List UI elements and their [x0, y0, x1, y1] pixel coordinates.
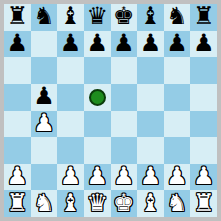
piece-black-knight[interactable]: ♞ [166, 4, 188, 28]
square-f8[interactable]: ♝ [137, 4, 164, 31]
square-d6[interactable] [84, 57, 111, 84]
square-f1[interactable]: ♝ [137, 190, 164, 217]
piece-white-knight[interactable]: ♞ [166, 191, 188, 215]
square-e5[interactable] [111, 84, 138, 111]
piece-white-rook[interactable]: ♜ [193, 191, 215, 215]
square-a7[interactable]: ♟ [4, 31, 31, 58]
square-c1[interactable]: ♝ [57, 190, 84, 217]
square-b5[interactable]: ♟ [31, 84, 58, 111]
piece-black-queen[interactable]: ♛ [86, 4, 108, 28]
move-hint-marker[interactable] [89, 89, 106, 106]
square-f6[interactable] [137, 57, 164, 84]
square-f4[interactable] [137, 111, 164, 138]
square-g1[interactable]: ♞ [164, 190, 191, 217]
square-a5[interactable] [4, 84, 31, 111]
square-d8[interactable]: ♛ [84, 4, 111, 31]
piece-white-pawn[interactable]: ♟ [113, 164, 135, 188]
square-f2[interactable]: ♟ [137, 164, 164, 191]
piece-white-queen[interactable]: ♛ [86, 191, 108, 215]
square-h1[interactable]: ♜ [190, 190, 217, 217]
piece-black-bishop[interactable]: ♝ [60, 4, 82, 28]
square-h6[interactable] [190, 57, 217, 84]
square-e8[interactable]: ♚ [111, 4, 138, 31]
piece-white-king[interactable]: ♚ [113, 191, 135, 215]
square-d2[interactable]: ♟ [84, 164, 111, 191]
square-d3[interactable] [84, 137, 111, 164]
piece-black-pawn[interactable]: ♟ [166, 31, 188, 55]
piece-white-bishop[interactable]: ♝ [60, 191, 82, 215]
square-g3[interactable] [164, 137, 191, 164]
square-b1[interactable]: ♞ [31, 190, 58, 217]
piece-white-pawn[interactable]: ♟ [193, 164, 215, 188]
square-e3[interactable] [111, 137, 138, 164]
piece-black-pawn[interactable]: ♟ [86, 31, 108, 55]
piece-white-bishop[interactable]: ♝ [140, 191, 162, 215]
piece-black-king[interactable]: ♚ [113, 4, 135, 28]
square-g4[interactable] [164, 111, 191, 138]
square-g5[interactable] [164, 84, 191, 111]
piece-black-pawn[interactable]: ♟ [140, 31, 162, 55]
square-e2[interactable]: ♟ [111, 164, 138, 191]
square-a1[interactable]: ♜ [4, 190, 31, 217]
piece-white-pawn[interactable]: ♟ [33, 111, 55, 135]
square-f3[interactable] [137, 137, 164, 164]
piece-white-pawn[interactable]: ♟ [60, 164, 82, 188]
chess-board: ♜♞♝♛♚♝♞♜♟♟♟♟♟♟♟♟♟♟♟♟♟♟♟♟♜♞♝♛♚♝♞♜ [4, 4, 217, 217]
square-a6[interactable] [4, 57, 31, 84]
piece-black-rook[interactable]: ♜ [193, 4, 215, 28]
square-g7[interactable]: ♟ [164, 31, 191, 58]
square-d1[interactable]: ♛ [84, 190, 111, 217]
piece-black-pawn[interactable]: ♟ [60, 31, 82, 55]
square-e4[interactable] [111, 111, 138, 138]
piece-white-pawn[interactable]: ♟ [166, 164, 188, 188]
square-b3[interactable] [31, 137, 58, 164]
square-e7[interactable]: ♟ [111, 31, 138, 58]
square-g6[interactable] [164, 57, 191, 84]
square-f5[interactable] [137, 84, 164, 111]
square-d4[interactable] [84, 111, 111, 138]
piece-black-rook[interactable]: ♜ [7, 4, 29, 28]
square-d5[interactable] [84, 84, 111, 111]
square-h5[interactable] [190, 84, 217, 111]
square-g2[interactable]: ♟ [164, 164, 191, 191]
square-h3[interactable] [190, 137, 217, 164]
square-c4[interactable] [57, 111, 84, 138]
piece-black-knight[interactable]: ♞ [33, 4, 55, 28]
square-c7[interactable]: ♟ [57, 31, 84, 58]
piece-black-pawn[interactable]: ♟ [193, 31, 215, 55]
square-c8[interactable]: ♝ [57, 4, 84, 31]
square-e6[interactable] [111, 57, 138, 84]
square-h4[interactable] [190, 111, 217, 138]
square-a2[interactable]: ♟ [4, 164, 31, 191]
piece-black-pawn[interactable]: ♟ [7, 31, 29, 55]
square-b7[interactable] [31, 31, 58, 58]
square-g8[interactable]: ♞ [164, 4, 191, 31]
square-b4[interactable]: ♟ [31, 111, 58, 138]
square-a8[interactable]: ♜ [4, 4, 31, 31]
square-f7[interactable]: ♟ [137, 31, 164, 58]
chess-app-window: ♜♞♝♛♚♝♞♜♟♟♟♟♟♟♟♟♟♟♟♟♟♟♟♟♜♞♝♛♚♝♞♜ [0, 0, 221, 221]
square-c3[interactable] [57, 137, 84, 164]
square-a4[interactable] [4, 111, 31, 138]
piece-white-knight[interactable]: ♞ [33, 191, 55, 215]
square-b2[interactable] [31, 164, 58, 191]
square-b6[interactable] [31, 57, 58, 84]
square-b8[interactable]: ♞ [31, 4, 58, 31]
piece-black-pawn[interactable]: ♟ [113, 31, 135, 55]
piece-black-pawn[interactable]: ♟ [33, 84, 55, 108]
square-c5[interactable] [57, 84, 84, 111]
square-c6[interactable] [57, 57, 84, 84]
piece-black-bishop[interactable]: ♝ [140, 4, 162, 28]
square-e1[interactable]: ♚ [111, 190, 138, 217]
square-h2[interactable]: ♟ [190, 164, 217, 191]
square-d7[interactable]: ♟ [84, 31, 111, 58]
piece-white-pawn[interactable]: ♟ [7, 164, 29, 188]
piece-white-pawn[interactable]: ♟ [86, 164, 108, 188]
square-a3[interactable] [4, 137, 31, 164]
piece-white-rook[interactable]: ♜ [7, 191, 29, 215]
square-c2[interactable]: ♟ [57, 164, 84, 191]
square-h7[interactable]: ♟ [190, 31, 217, 58]
piece-white-pawn[interactable]: ♟ [140, 164, 162, 188]
square-h8[interactable]: ♜ [190, 4, 217, 31]
